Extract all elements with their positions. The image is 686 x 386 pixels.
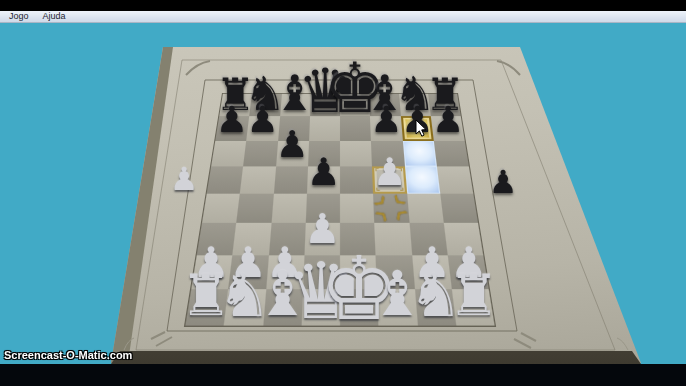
square-d1[interactable] bbox=[301, 289, 340, 326]
square-e5[interactable] bbox=[340, 166, 373, 193]
square-a7[interactable] bbox=[215, 116, 249, 140]
square-g1[interactable] bbox=[414, 289, 456, 326]
square-f5[interactable]: ⌜⌝⌞⌟ bbox=[372, 166, 406, 193]
square-e2[interactable] bbox=[340, 255, 377, 289]
chess-board[interactable]: ⌜⌝⌞⌟❯❯❯❯ bbox=[184, 93, 496, 327]
square-h4[interactable] bbox=[440, 194, 478, 223]
square-b5[interactable] bbox=[240, 166, 276, 193]
square-e8[interactable] bbox=[340, 94, 370, 117]
square-d6[interactable] bbox=[308, 140, 340, 166]
ornate-corner-icon: ⌝ bbox=[398, 168, 403, 176]
square-d4[interactable] bbox=[305, 194, 340, 223]
square-e3[interactable] bbox=[340, 223, 376, 255]
menu-item-ajuda[interactable]: Ajuda bbox=[43, 11, 66, 22]
mouse-cursor bbox=[415, 119, 428, 138]
square-b6[interactable] bbox=[243, 140, 277, 166]
square-a1[interactable] bbox=[185, 289, 228, 326]
square-d3[interactable] bbox=[304, 223, 340, 255]
square-c5[interactable] bbox=[273, 166, 307, 193]
square-c2[interactable] bbox=[266, 255, 305, 289]
square-c8[interactable] bbox=[280, 94, 311, 117]
square-e4[interactable] bbox=[340, 194, 375, 223]
square-a6[interactable] bbox=[211, 140, 246, 166]
square-c3[interactable] bbox=[268, 223, 305, 255]
square-b4[interactable] bbox=[236, 194, 273, 223]
square-c1[interactable] bbox=[263, 289, 303, 326]
square-c7[interactable] bbox=[278, 116, 310, 140]
square-f7[interactable] bbox=[370, 116, 402, 140]
square-d5[interactable] bbox=[307, 166, 340, 193]
square-c6[interactable] bbox=[276, 140, 309, 166]
square-f2[interactable] bbox=[376, 255, 415, 289]
square-f3[interactable] bbox=[375, 223, 412, 255]
menu-bar: Jogo Ajuda bbox=[0, 11, 686, 23]
square-b1[interactable] bbox=[224, 289, 266, 326]
square-a8[interactable] bbox=[219, 94, 252, 117]
square-f1[interactable] bbox=[377, 289, 417, 326]
square-g8[interactable] bbox=[399, 94, 431, 117]
square-c4[interactable] bbox=[271, 194, 307, 223]
square-h1[interactable] bbox=[452, 289, 495, 326]
square-g5[interactable] bbox=[404, 166, 440, 193]
ornate-corner-icon: ⌜ bbox=[374, 168, 379, 176]
square-b8[interactable] bbox=[249, 94, 281, 117]
square-h6[interactable] bbox=[434, 140, 469, 166]
square-g4[interactable] bbox=[407, 194, 444, 223]
square-g3[interactable] bbox=[409, 223, 447, 255]
square-d7[interactable] bbox=[309, 116, 340, 140]
square-a4[interactable] bbox=[202, 194, 240, 223]
square-h8[interactable] bbox=[428, 94, 461, 117]
square-f6[interactable] bbox=[371, 140, 404, 166]
square-b2[interactable] bbox=[228, 255, 268, 289]
square-a3[interactable] bbox=[197, 223, 237, 255]
square-b7[interactable] bbox=[246, 116, 279, 140]
square-d2[interactable] bbox=[303, 255, 340, 289]
square-f8[interactable] bbox=[369, 94, 400, 117]
square-b3[interactable] bbox=[233, 223, 271, 255]
square-f4[interactable]: ❯❯❯❯ bbox=[373, 194, 409, 223]
square-d8[interactable] bbox=[310, 94, 340, 117]
square-h5[interactable] bbox=[437, 166, 474, 193]
watermark: Screencast-O-Matic.com bbox=[4, 349, 132, 361]
ornate-corner-icon: ⌟ bbox=[399, 183, 404, 192]
menu-item-jogo[interactable]: Jogo bbox=[9, 11, 29, 22]
app-window: ⌜⌝⌞⌟❯❯❯❯ ♜♞♝♛♚♝♞♜♟♟♟♟♟♟♟♟♟♟♟♟♟♟♜♞♝♛♚♝♞♜♟… bbox=[0, 0, 686, 386]
square-h7[interactable] bbox=[431, 116, 465, 140]
letterbox-top bbox=[0, 0, 686, 11]
ornate-corner-icon: ⌞ bbox=[375, 183, 380, 192]
square-g2[interactable] bbox=[412, 255, 452, 289]
square-a5[interactable] bbox=[207, 166, 244, 193]
letterbox-bottom bbox=[0, 364, 686, 386]
square-a2[interactable] bbox=[191, 255, 232, 289]
square-e6[interactable] bbox=[340, 140, 372, 166]
square-h3[interactable] bbox=[444, 223, 484, 255]
square-h2[interactable] bbox=[447, 255, 488, 289]
square-e1[interactable] bbox=[340, 289, 379, 326]
square-g6[interactable] bbox=[402, 140, 436, 166]
square-e7[interactable] bbox=[340, 116, 371, 140]
